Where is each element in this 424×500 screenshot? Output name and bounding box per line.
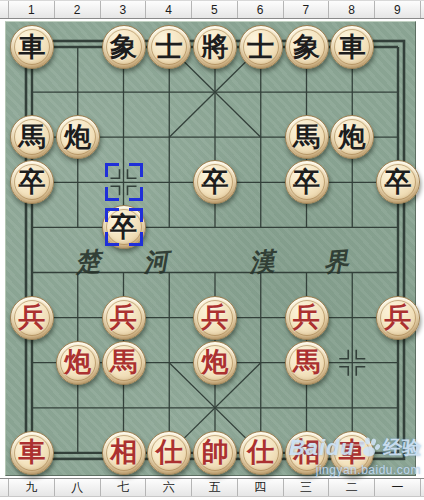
piece-black-advisor[interactable]: 士: [147, 25, 191, 69]
river-character-1: 楚: [74, 245, 101, 280]
piece-black-horse[interactable]: 馬: [285, 115, 329, 159]
piece-red-general[interactable]: 帥: [193, 431, 237, 475]
bottom-file-ruler: 九八七六五四三二一: [0, 478, 424, 497]
piece-red-advisor[interactable]: 仕: [239, 431, 283, 475]
piece-black-soldier[interactable]: 卒: [285, 160, 329, 204]
piece-glyph: 炮: [202, 349, 229, 376]
piece-glyph: 兵: [293, 304, 320, 331]
piece-red-soldier[interactable]: 兵: [10, 296, 54, 340]
piece-black-chariot[interactable]: 車: [330, 25, 374, 69]
file-label-2: 2: [55, 1, 101, 18]
file-label-7: 7: [284, 1, 330, 18]
piece-glyph: 仕: [156, 439, 183, 466]
piece-glyph: 車: [19, 34, 46, 61]
piece-glyph: 炮: [339, 124, 366, 151]
piece-glyph: 士: [156, 34, 183, 61]
piece-black-elephant[interactable]: 象: [102, 25, 146, 69]
piece-red-soldier[interactable]: 兵: [102, 296, 146, 340]
piece-glyph: 炮: [64, 124, 91, 151]
file-label-七: 七: [101, 479, 147, 496]
file-label-5: 5: [192, 1, 238, 18]
piece-red-elephant[interactable]: 相: [285, 431, 329, 475]
piece-glyph: 象: [110, 34, 137, 61]
piece-black-cannon[interactable]: 炮: [56, 115, 100, 159]
piece-black-elephant[interactable]: 象: [285, 25, 329, 69]
piece-glyph: 馬: [110, 349, 137, 376]
piece-black-soldier[interactable]: 卒: [376, 160, 420, 204]
piece-glyph: 卒: [202, 169, 229, 196]
piece-black-horse[interactable]: 馬: [10, 115, 54, 159]
file-label-3: 3: [101, 1, 147, 18]
piece-red-chariot[interactable]: 車: [10, 431, 54, 475]
piece-black-soldier[interactable]: 卒: [102, 205, 146, 249]
piece-glyph: 相: [110, 439, 137, 466]
board-grid: [0, 19, 424, 478]
piece-glyph: 卒: [19, 169, 46, 196]
file-label-四: 四: [238, 479, 284, 496]
piece-glyph: 車: [19, 439, 46, 466]
piece-red-chariot[interactable]: 車: [330, 431, 374, 475]
file-label-8: 8: [329, 1, 375, 18]
file-label-八: 八: [55, 479, 101, 496]
piece-glyph: 將: [202, 34, 229, 61]
piece-black-general[interactable]: 將: [193, 25, 237, 69]
piece-glyph: 帥: [202, 439, 229, 466]
piece-black-soldier[interactable]: 卒: [10, 160, 54, 204]
river-character-4: 界: [322, 245, 349, 280]
piece-glyph: 士: [247, 34, 274, 61]
file-label-五: 五: [192, 479, 238, 496]
piece-glyph: 兵: [110, 304, 137, 331]
top-file-ruler: 123456789: [0, 0, 424, 19]
piece-red-cannon[interactable]: 炮: [193, 341, 237, 385]
file-label-二: 二: [329, 479, 375, 496]
ruler-corner: [0, 479, 9, 496]
piece-red-soldier[interactable]: 兵: [285, 296, 329, 340]
file-label-9: 9: [375, 1, 421, 18]
file-label-4: 4: [146, 1, 192, 18]
piece-glyph: 馬: [293, 124, 320, 151]
piece-glyph: 車: [339, 439, 366, 466]
xiangqi-board[interactable]: 楚河漢界 車象士將士象車馬炮馬炮卒卒卒卒卒兵兵兵兵兵炮馬炮馬車相仕帥仕相車 Ba…: [0, 19, 424, 478]
piece-glyph: 象: [293, 34, 320, 61]
piece-glyph: 卒: [110, 214, 137, 241]
file-label-6: 6: [238, 1, 284, 18]
file-label-一: 一: [375, 479, 421, 496]
piece-black-chariot[interactable]: 車: [10, 25, 54, 69]
piece-glyph: 仕: [247, 439, 274, 466]
piece-red-horse[interactable]: 馬: [102, 341, 146, 385]
piece-red-advisor[interactable]: 仕: [147, 431, 191, 475]
piece-glyph: 兵: [19, 304, 46, 331]
piece-glyph: 卒: [385, 169, 412, 196]
river-character-2: 河: [142, 245, 169, 280]
piece-black-advisor[interactable]: 士: [239, 25, 283, 69]
piece-glyph: 卒: [293, 169, 320, 196]
piece-red-cannon[interactable]: 炮: [56, 341, 100, 385]
piece-red-soldier[interactable]: 兵: [376, 296, 420, 340]
file-label-1: 1: [9, 1, 55, 18]
piece-glyph: 炮: [64, 349, 91, 376]
piece-glyph: 車: [339, 34, 366, 61]
piece-red-horse[interactable]: 馬: [285, 341, 329, 385]
ruler-corner: [0, 1, 9, 18]
piece-glyph: 兵: [202, 304, 229, 331]
file-label-九: 九: [9, 479, 55, 496]
piece-glyph: 馬: [19, 124, 46, 151]
piece-black-soldier[interactable]: 卒: [193, 160, 237, 204]
piece-red-soldier[interactable]: 兵: [193, 296, 237, 340]
piece-glyph: 馬: [293, 349, 320, 376]
xiangqi-app-window: 123456789 楚河漢界 車象士將士象車馬炮馬炮卒卒卒卒卒兵兵兵兵兵炮馬炮馬…: [0, 0, 424, 500]
river-character-3: 漢: [248, 245, 275, 280]
piece-red-elephant[interactable]: 相: [102, 431, 146, 475]
file-label-三: 三: [284, 479, 330, 496]
piece-glyph: 兵: [385, 304, 412, 331]
piece-glyph: 相: [293, 439, 320, 466]
file-label-六: 六: [146, 479, 192, 496]
